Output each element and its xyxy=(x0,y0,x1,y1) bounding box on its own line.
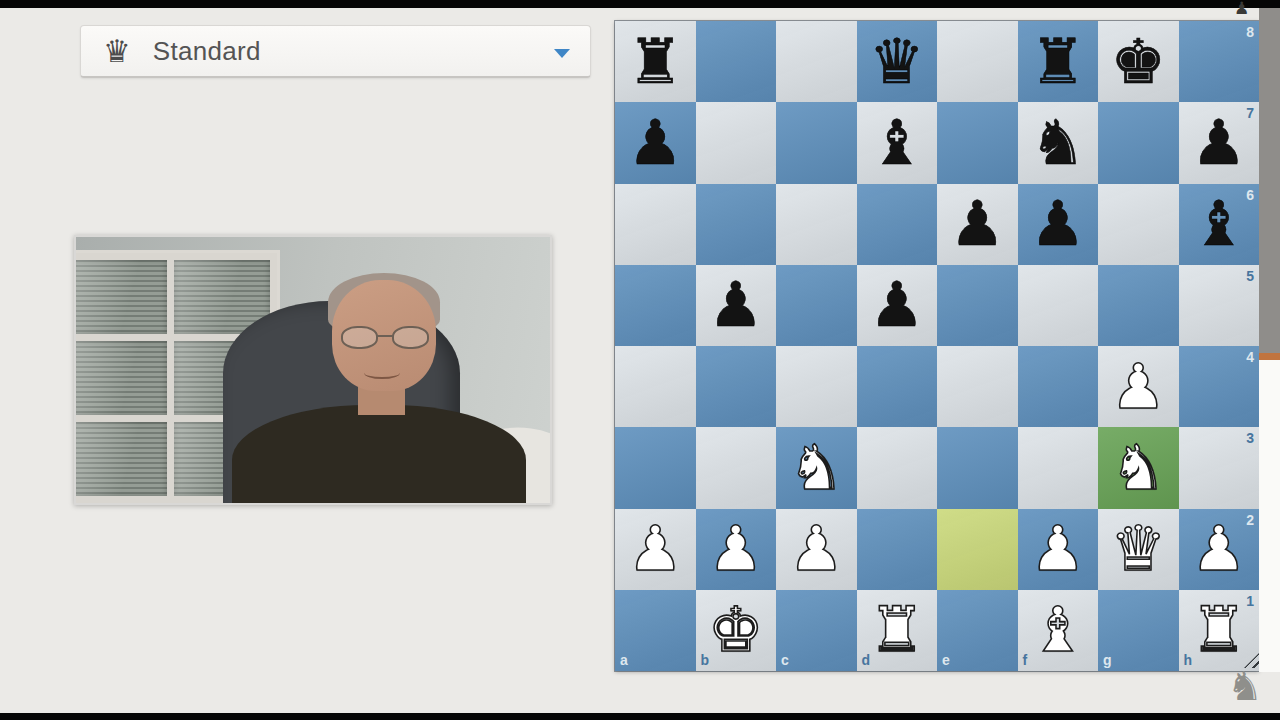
square-f8[interactable]: ♜ xyxy=(1018,21,1099,102)
square-a3[interactable] xyxy=(615,427,696,508)
square-c3[interactable]: ♞ xyxy=(776,427,857,508)
square-d1[interactable]: ♜d xyxy=(857,590,938,671)
square-a1[interactable]: a xyxy=(615,590,696,671)
file-label-c: c xyxy=(781,653,789,667)
file-label-e: e xyxy=(942,653,950,667)
square-f4[interactable] xyxy=(1018,346,1099,427)
white-pawn[interactable]: ♟ xyxy=(1018,509,1099,590)
streamer-shirt xyxy=(232,405,526,505)
letterbox-top xyxy=(0,0,1280,8)
white-pawn[interactable]: ♟ xyxy=(776,509,857,590)
square-d6[interactable] xyxy=(857,184,938,265)
square-c2[interactable]: ♟ xyxy=(776,509,857,590)
square-e1[interactable]: e xyxy=(937,590,1018,671)
page-edge-strip-lower xyxy=(1259,360,1280,672)
square-e2[interactable] xyxy=(937,509,1018,590)
rank-label-8: 8 xyxy=(1246,25,1254,39)
square-a5[interactable] xyxy=(615,265,696,346)
rank-label-3: 3 xyxy=(1246,431,1254,445)
black-bishop[interactable]: ♝ xyxy=(1179,184,1260,265)
square-h2[interactable]: ♟2 xyxy=(1179,509,1260,590)
square-e8[interactable] xyxy=(937,21,1018,102)
page-edge-accent xyxy=(1259,353,1280,360)
square-f2[interactable]: ♟ xyxy=(1018,509,1099,590)
square-e4[interactable] xyxy=(937,346,1018,427)
white-pawn[interactable]: ♟ xyxy=(1098,346,1179,427)
black-rook[interactable]: ♜ xyxy=(615,21,696,102)
square-h7[interactable]: ♟7 xyxy=(1179,102,1260,183)
square-h6[interactable]: ♝6 xyxy=(1179,184,1260,265)
page-edge-strip xyxy=(1259,8,1280,353)
file-label-g: g xyxy=(1103,653,1112,667)
square-a7[interactable]: ♟ xyxy=(615,102,696,183)
white-rook[interactable]: ♜ xyxy=(857,590,938,671)
black-pawn[interactable]: ♟ xyxy=(615,102,696,183)
white-bishop[interactable]: ♝ xyxy=(1018,590,1099,671)
file-label-a: a xyxy=(620,653,628,667)
black-bishop[interactable]: ♝ xyxy=(857,102,938,183)
square-h4[interactable]: 4 xyxy=(1179,346,1260,427)
square-d3[interactable] xyxy=(857,427,938,508)
square-g7[interactable] xyxy=(1098,102,1179,183)
square-g1[interactable]: g xyxy=(1098,590,1179,671)
square-g8[interactable]: ♚ xyxy=(1098,21,1179,102)
rank-label-5: 5 xyxy=(1246,269,1254,283)
square-h8[interactable]: 8 xyxy=(1179,21,1260,102)
letterbox-bottom xyxy=(0,713,1280,720)
glasses xyxy=(341,326,429,349)
square-c5[interactable] xyxy=(776,265,857,346)
square-b5[interactable]: ♟ xyxy=(696,265,777,346)
square-d2[interactable] xyxy=(857,509,938,590)
chess-board[interactable]: ♜♛♜♚8♟♝♞♟7♟♟♝6♟♟5♟4♞♞3♟♟♟♟♛♟2a♚bc♜de♝fg♜… xyxy=(615,21,1259,671)
variant-label: Standard xyxy=(153,36,261,67)
black-rook[interactable]: ♜ xyxy=(1018,21,1099,102)
white-queen[interactable]: ♛ xyxy=(1098,509,1179,590)
square-b3[interactable] xyxy=(696,427,777,508)
white-pawn[interactable]: ♟ xyxy=(615,509,696,590)
webcam-video xyxy=(74,235,552,505)
black-king[interactable]: ♚ xyxy=(1098,21,1179,102)
square-b7[interactable] xyxy=(696,102,777,183)
square-h5[interactable]: 5 xyxy=(1179,265,1260,346)
square-g3[interactable]: ♞ xyxy=(1098,427,1179,508)
square-a4[interactable] xyxy=(615,346,696,427)
square-g2[interactable]: ♛ xyxy=(1098,509,1179,590)
white-knight[interactable]: ♞ xyxy=(776,427,857,508)
square-b1[interactable]: ♚b xyxy=(696,590,777,671)
square-c8[interactable] xyxy=(776,21,857,102)
black-pawn[interactable]: ♟ xyxy=(1018,184,1099,265)
square-g6[interactable] xyxy=(1098,184,1179,265)
black-pawn[interactable]: ♟ xyxy=(937,184,1018,265)
square-f6[interactable]: ♟ xyxy=(1018,184,1099,265)
square-c6[interactable] xyxy=(776,184,857,265)
square-d8[interactable]: ♛ xyxy=(857,21,938,102)
smile xyxy=(364,366,400,379)
square-g4[interactable]: ♟ xyxy=(1098,346,1179,427)
black-queen[interactable]: ♛ xyxy=(857,21,938,102)
black-pawn[interactable]: ♟ xyxy=(1179,102,1260,183)
square-d5[interactable]: ♟ xyxy=(857,265,938,346)
black-pawn[interactable]: ♟ xyxy=(857,265,938,346)
square-d4[interactable] xyxy=(857,346,938,427)
square-c7[interactable] xyxy=(776,102,857,183)
square-b2[interactable]: ♟ xyxy=(696,509,777,590)
square-c1[interactable]: c xyxy=(776,590,857,671)
square-a2[interactable]: ♟ xyxy=(615,509,696,590)
white-king[interactable]: ♚ xyxy=(696,590,777,671)
black-knight[interactable]: ♞ xyxy=(1018,102,1099,183)
rank-label-4: 4 xyxy=(1246,350,1254,364)
square-a8[interactable]: ♜ xyxy=(615,21,696,102)
square-e6[interactable]: ♟ xyxy=(937,184,1018,265)
chevron-down-icon[interactable] xyxy=(554,49,570,58)
square-f5[interactable] xyxy=(1018,265,1099,346)
square-g5[interactable] xyxy=(1098,265,1179,346)
crown-icon: ♛ xyxy=(103,36,131,67)
white-pawn[interactable]: ♟ xyxy=(696,509,777,590)
variant-dropdown[interactable]: ♛ Standard xyxy=(80,25,591,78)
white-rook[interactable]: ♜ xyxy=(1179,590,1260,671)
square-b8[interactable] xyxy=(696,21,777,102)
square-h3[interactable]: 3 xyxy=(1179,427,1260,508)
square-e3[interactable] xyxy=(937,427,1018,508)
square-c4[interactable] xyxy=(776,346,857,427)
square-f1[interactable]: ♝f xyxy=(1018,590,1099,671)
square-f3[interactable] xyxy=(1018,427,1099,508)
knight-icon[interactable]: ♞ xyxy=(1227,666,1263,706)
pawn-icon: ♟ xyxy=(1234,0,1249,18)
square-b6[interactable] xyxy=(696,184,777,265)
square-h1[interactable]: ♜1h xyxy=(1179,590,1260,671)
white-knight[interactable]: ♞ xyxy=(1098,427,1179,508)
square-d7[interactable]: ♝ xyxy=(857,102,938,183)
white-pawn[interactable]: ♟ xyxy=(1179,509,1260,590)
square-a6[interactable] xyxy=(615,184,696,265)
black-pawn[interactable]: ♟ xyxy=(696,265,777,346)
square-e5[interactable] xyxy=(937,265,1018,346)
square-e7[interactable] xyxy=(937,102,1018,183)
square-f7[interactable]: ♞ xyxy=(1018,102,1099,183)
square-b4[interactable] xyxy=(696,346,777,427)
